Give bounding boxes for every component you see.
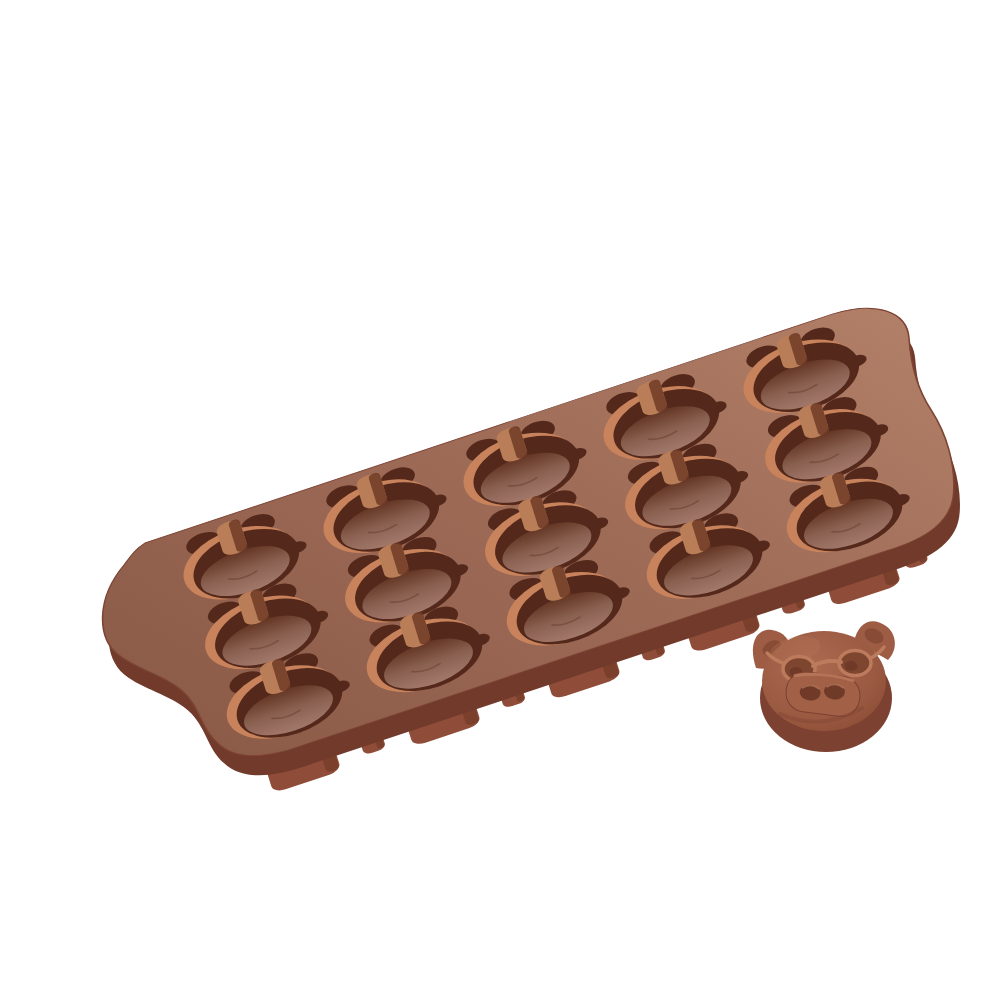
right-eye bbox=[845, 661, 858, 671]
chocolate-pig-piece bbox=[753, 621, 895, 752]
scene-svg bbox=[0, 0, 1000, 1000]
product-photo: 15-cavity pig-face silicone chocolate mo… bbox=[0, 0, 1000, 1000]
